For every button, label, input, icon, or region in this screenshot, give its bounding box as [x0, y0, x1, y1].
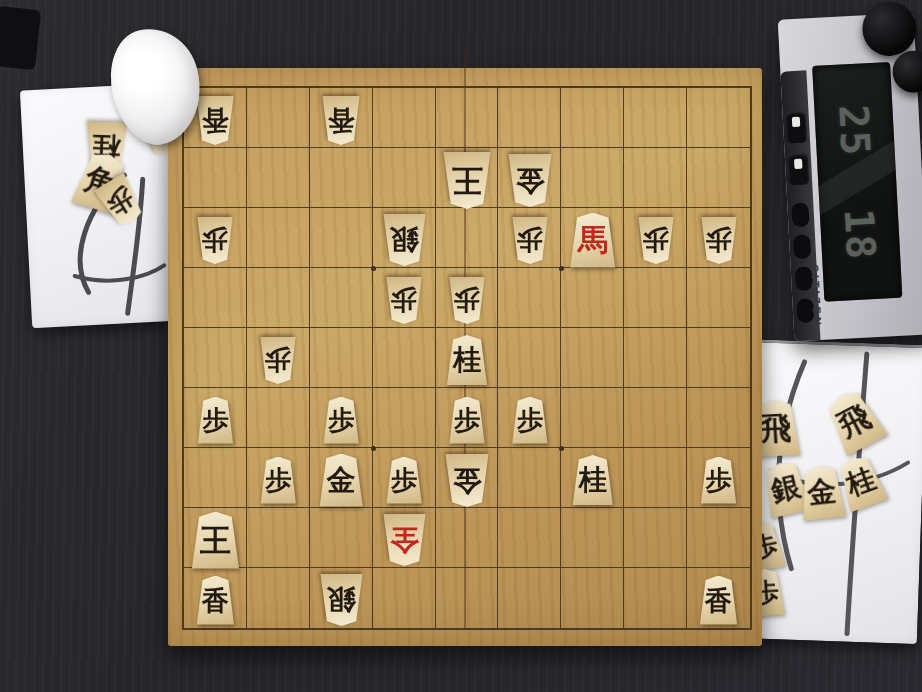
grid-cell [310, 268, 373, 328]
grid-cell [373, 388, 436, 448]
grid-cell [498, 568, 561, 628]
grid-cell [247, 208, 310, 268]
clock-time-lower: 18 [835, 195, 885, 275]
clock-lcd: 25 18 [812, 62, 902, 302]
grid-cell [687, 328, 750, 388]
table-surface: { "game": "shogi", "position": { "sfen":… [0, 0, 922, 692]
grid-cell [624, 388, 687, 448]
grid-cell [624, 328, 687, 388]
grid-cell [687, 148, 750, 208]
grid-cell [310, 148, 373, 208]
grid-cell [561, 568, 624, 628]
shogi-piece-king[interactable]: 王 [443, 152, 491, 209]
grid-cell [373, 88, 436, 148]
shogi-piece-gold[interactable]: 金 [319, 454, 363, 507]
grid-cell [687, 508, 750, 568]
shogi-piece-knight[interactable]: 桂 [447, 335, 488, 385]
shogi-piece-promoted_silver[interactable]: 全 [383, 514, 426, 566]
right-piece-tray: 4 飛飛銀金桂歩歩 [737, 339, 922, 644]
grid-cell [561, 328, 624, 388]
grid-cell [436, 208, 499, 268]
grid-cell [310, 208, 373, 268]
grid-cell [498, 328, 561, 388]
shogi-piece-pawn[interactable]: 歩 [638, 217, 674, 264]
grid-cell [247, 388, 310, 448]
shogi-piece-silver[interactable]: 銀 [320, 574, 363, 626]
grid-cell [561, 388, 624, 448]
shogi-piece-pawn[interactable]: 歩 [386, 277, 422, 324]
shogi-piece-pawn[interactable]: 歩 [197, 217, 233, 264]
grid-cell [184, 268, 247, 328]
grid-cell [247, 88, 310, 148]
shogi-piece-king[interactable]: 王 [191, 512, 239, 569]
shogi-piece-lance[interactable]: 香 [196, 96, 234, 145]
clock-set-key[interactable] [788, 152, 810, 185]
grid-cell [624, 88, 687, 148]
clock-knob[interactable] [861, 1, 918, 58]
grid-cell [436, 568, 499, 628]
shogi-board: 香香王金歩銀歩馬歩歩歩歩歩桂歩歩歩歩歩金歩金桂歩王全香銀香 [168, 68, 762, 646]
grid-cell [247, 148, 310, 208]
shogi-piece-silver[interactable]: 銀 [383, 214, 426, 266]
grid-cell [624, 268, 687, 328]
grid-cell [247, 568, 310, 628]
grid-cell [436, 508, 499, 568]
grid-cell [498, 508, 561, 568]
grid-cell [561, 268, 624, 328]
grid-cell [184, 448, 247, 508]
chess-clock: 25 18 CITIZEN [778, 13, 922, 342]
shogi-piece-pawn[interactable]: 歩 [512, 397, 548, 444]
grid-cell [373, 148, 436, 208]
grid-cell [687, 268, 750, 328]
shogi-piece-lance[interactable]: 香 [196, 576, 234, 625]
grid-cell [561, 508, 624, 568]
grid-cell [498, 448, 561, 508]
grid-cell [247, 508, 310, 568]
shogi-piece-pawn[interactable]: 歩 [512, 217, 548, 264]
grid-cell [436, 88, 499, 148]
shogi-piece-pawn[interactable]: 歩 [386, 457, 422, 504]
grid-cell [624, 508, 687, 568]
clock-brand: CITIZEN [809, 264, 824, 328]
grid-cell [310, 508, 373, 568]
shogi-piece-pawn[interactable]: 歩 [449, 277, 485, 324]
shogi-piece-pawn[interactable]: 歩 [260, 337, 296, 384]
grid-cell [498, 88, 561, 148]
grid-cell [373, 568, 436, 628]
shogi-piece-lance[interactable]: 香 [700, 576, 738, 625]
clock-knob[interactable] [892, 50, 922, 94]
grid-cell [498, 268, 561, 328]
grid-cell [184, 328, 247, 388]
shogi-piece-lance[interactable]: 香 [322, 96, 360, 145]
shogi-piece-knight[interactable]: 桂 [572, 455, 613, 505]
grid-cell [624, 448, 687, 508]
shogi-piece-gold[interactable]: 金 [445, 454, 489, 507]
hoshi-dot [371, 446, 376, 451]
dark-object [0, 6, 41, 70]
shogi-piece-pawn[interactable]: 歩 [701, 217, 737, 264]
hoshi-dot [559, 446, 564, 451]
shogi-piece-pawn[interactable]: 歩 [323, 397, 359, 444]
grid-cell [310, 328, 373, 388]
clock-button[interactable] [791, 202, 809, 227]
grid-cell [373, 328, 436, 388]
shogi-piece-pawn[interactable]: 歩 [701, 457, 737, 504]
grid-cell [184, 148, 247, 208]
hoshi-dot [371, 266, 376, 271]
shogi-piece-pawn[interactable]: 歩 [197, 397, 233, 444]
clock-button[interactable] [793, 234, 811, 259]
grid-cell [687, 88, 750, 148]
clock-mode-key[interactable] [785, 110, 807, 143]
grid-cell [624, 568, 687, 628]
hoshi-dot [559, 266, 564, 271]
grid-cell [561, 148, 624, 208]
grid-cell [624, 148, 687, 208]
shogi-piece-pawn[interactable]: 歩 [449, 397, 485, 444]
grid-cell [687, 388, 750, 448]
shogi-piece-gold[interactable]: 金 [508, 154, 552, 207]
shogi-piece-promoted_bishop[interactable]: 馬 [570, 213, 616, 268]
grid-cell [247, 268, 310, 328]
shogi-piece-pawn[interactable]: 歩 [260, 457, 296, 504]
grid-cell [561, 88, 624, 148]
board-grid: 香香王金歩銀歩馬歩歩歩歩歩桂歩歩歩歩歩金歩金桂歩王全香銀香 [182, 86, 752, 630]
